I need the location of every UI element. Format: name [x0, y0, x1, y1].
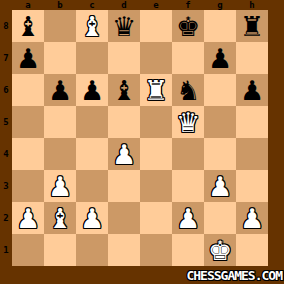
- square-c4[interactable]: [76, 138, 108, 170]
- square-h3[interactable]: [236, 170, 268, 202]
- rank-label-1: 1: [0, 234, 12, 266]
- square-b1[interactable]: [44, 234, 76, 266]
- piece-white-pawn[interactable]: ♟: [112, 141, 136, 168]
- square-a4[interactable]: [12, 138, 44, 170]
- square-h7[interactable]: [236, 42, 268, 74]
- file-label-a: a: [12, 0, 44, 10]
- square-a6[interactable]: [12, 74, 44, 106]
- square-g7[interactable]: ♟: [204, 42, 236, 74]
- piece-black-pawn[interactable]: ♟: [80, 77, 104, 104]
- square-f1[interactable]: [172, 234, 204, 266]
- piece-white-queen[interactable]: ♛: [176, 109, 200, 136]
- piece-white-pawn[interactable]: ♟: [48, 173, 72, 200]
- square-c6[interactable]: ♟: [76, 74, 108, 106]
- square-b7[interactable]: [44, 42, 76, 74]
- piece-white-pawn[interactable]: ♟: [208, 173, 232, 200]
- piece-black-queen[interactable]: ♛: [112, 13, 136, 40]
- piece-black-pawn[interactable]: ♟: [208, 45, 232, 72]
- piece-black-knight[interactable]: ♞: [176, 77, 200, 104]
- square-e8[interactable]: [140, 10, 172, 42]
- rank-label-7: 7: [0, 42, 12, 74]
- file-label-e: e: [140, 0, 172, 10]
- piece-black-king[interactable]: ♚: [176, 13, 200, 40]
- file-label-c: c: [76, 0, 108, 10]
- piece-white-pawn[interactable]: ♟: [176, 205, 200, 232]
- square-h1[interactable]: [236, 234, 268, 266]
- piece-white-rook[interactable]: ♜: [144, 77, 168, 104]
- square-h4[interactable]: [236, 138, 268, 170]
- square-d3[interactable]: [108, 170, 140, 202]
- square-b2[interactable]: ♝: [44, 202, 76, 234]
- piece-black-bishop[interactable]: ♝: [16, 13, 40, 40]
- square-g4[interactable]: [204, 138, 236, 170]
- square-b3[interactable]: ♟: [44, 170, 76, 202]
- rank-label-8: 8: [0, 10, 12, 42]
- rank-label-3: 3: [0, 170, 12, 202]
- rank-label-2: 2: [0, 202, 12, 234]
- square-a7[interactable]: ♟: [12, 42, 44, 74]
- piece-black-pawn[interactable]: ♟: [48, 77, 72, 104]
- square-b6[interactable]: ♟: [44, 74, 76, 106]
- square-e1[interactable]: [140, 234, 172, 266]
- square-b4[interactable]: [44, 138, 76, 170]
- square-c1[interactable]: [76, 234, 108, 266]
- piece-black-rook[interactable]: ♜: [240, 13, 264, 40]
- square-f6[interactable]: ♞: [172, 74, 204, 106]
- square-e2[interactable]: [140, 202, 172, 234]
- rank-label-6: 6: [0, 74, 12, 106]
- square-f4[interactable]: [172, 138, 204, 170]
- square-c2[interactable]: ♟: [76, 202, 108, 234]
- file-label-h: h: [236, 0, 268, 10]
- square-a8[interactable]: ♝: [12, 10, 44, 42]
- square-d4[interactable]: ♟: [108, 138, 140, 170]
- square-a2[interactable]: ♟: [12, 202, 44, 234]
- square-d6[interactable]: ♝: [108, 74, 140, 106]
- square-f3[interactable]: [172, 170, 204, 202]
- square-g2[interactable]: [204, 202, 236, 234]
- rank-label-4: 4: [0, 138, 12, 170]
- square-g5[interactable]: [204, 106, 236, 138]
- square-h6[interactable]: ♟: [236, 74, 268, 106]
- square-c8[interactable]: ♝: [76, 10, 108, 42]
- square-g6[interactable]: [204, 74, 236, 106]
- square-a3[interactable]: [12, 170, 44, 202]
- square-d7[interactable]: [108, 42, 140, 74]
- site-watermark: CHESSGAMES.COM: [186, 269, 282, 282]
- piece-white-pawn[interactable]: ♟: [80, 205, 104, 232]
- rank-label-5: 5: [0, 106, 12, 138]
- file-labels: abcdefgh: [12, 0, 268, 10]
- piece-white-bishop[interactable]: ♝: [48, 205, 72, 232]
- piece-black-pawn[interactable]: ♟: [240, 77, 264, 104]
- square-h8[interactable]: ♜: [236, 10, 268, 42]
- square-d8[interactable]: ♛: [108, 10, 140, 42]
- square-e3[interactable]: [140, 170, 172, 202]
- square-a1[interactable]: [12, 234, 44, 266]
- square-c5[interactable]: [76, 106, 108, 138]
- piece-white-pawn[interactable]: ♟: [240, 205, 264, 232]
- square-d1[interactable]: [108, 234, 140, 266]
- square-f7[interactable]: [172, 42, 204, 74]
- square-c3[interactable]: [76, 170, 108, 202]
- square-h5[interactable]: [236, 106, 268, 138]
- square-f8[interactable]: ♚: [172, 10, 204, 42]
- square-d5[interactable]: [108, 106, 140, 138]
- piece-white-king[interactable]: ♚: [208, 237, 232, 264]
- chess-board-widget: abcdefgh 87654321 ♝♝♛♚♜♟♟♟♟♝♜♞♟♛♟♟♟♟♝♟♟♟…: [0, 0, 284, 284]
- square-e4[interactable]: [140, 138, 172, 170]
- square-a5[interactable]: [12, 106, 44, 138]
- piece-white-bishop[interactable]: ♝: [80, 13, 104, 40]
- file-label-g: g: [204, 0, 236, 10]
- file-label-f: f: [172, 0, 204, 10]
- square-h2[interactable]: ♟: [236, 202, 268, 234]
- file-label-d: d: [108, 0, 140, 10]
- piece-black-bishop[interactable]: ♝: [112, 77, 136, 104]
- file-label-b: b: [44, 0, 76, 10]
- square-b5[interactable]: [44, 106, 76, 138]
- square-g1[interactable]: ♚: [204, 234, 236, 266]
- square-d2[interactable]: [108, 202, 140, 234]
- square-c7[interactable]: [76, 42, 108, 74]
- square-b8[interactable]: [44, 10, 76, 42]
- chess-board: ♝♝♛♚♜♟♟♟♟♝♜♞♟♛♟♟♟♟♝♟♟♟♚: [12, 10, 268, 266]
- square-e5[interactable]: [140, 106, 172, 138]
- square-f5[interactable]: ♛: [172, 106, 204, 138]
- rank-labels: 87654321: [0, 10, 12, 266]
- square-f2[interactable]: ♟: [172, 202, 204, 234]
- square-e6[interactable]: ♜: [140, 74, 172, 106]
- square-e7[interactable]: [140, 42, 172, 74]
- piece-white-pawn[interactable]: ♟: [16, 205, 40, 232]
- square-g8[interactable]: [204, 10, 236, 42]
- piece-black-pawn[interactable]: ♟: [16, 45, 40, 72]
- square-g3[interactable]: ♟: [204, 170, 236, 202]
